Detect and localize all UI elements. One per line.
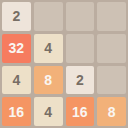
- empty-cell: [97, 66, 126, 95]
- tile-16: 16: [66, 97, 95, 126]
- tile-2: 2: [66, 66, 95, 95]
- empty-cell: [66, 2, 95, 31]
- tile-2: 2: [2, 2, 31, 31]
- tile-8: 8: [34, 66, 63, 95]
- tile-4: 4: [2, 66, 31, 95]
- tile-8: 8: [97, 97, 126, 126]
- empty-cell: [97, 34, 126, 63]
- tile-4: 4: [34, 34, 63, 63]
- empty-cell: [66, 34, 95, 63]
- tile-32: 32: [2, 34, 31, 63]
- empty-cell: [97, 2, 126, 31]
- tile-4: 4: [34, 97, 63, 126]
- empty-cell: [34, 2, 63, 31]
- tile-16: 16: [2, 97, 31, 126]
- game-board-2048[interactable]: 2324482164168: [0, 0, 128, 128]
